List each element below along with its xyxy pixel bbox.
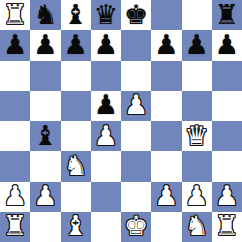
black-knight[interactable]: ♞ <box>33 1 57 28</box>
square-a5[interactable] <box>0 91 30 121</box>
square-d8[interactable]: ♛ <box>91 0 121 30</box>
square-h2[interactable]: ♟ <box>212 182 242 212</box>
square-f7[interactable]: ♟ <box>151 30 181 60</box>
square-f2[interactable]: ♟ <box>151 182 181 212</box>
square-a8[interactable]: ♜ <box>0 0 30 30</box>
white-knight[interactable]: ♞ <box>64 152 88 179</box>
square-d1[interactable] <box>91 212 121 242</box>
black-pawn[interactable]: ♟ <box>94 91 118 118</box>
white-knight[interactable]: ♞ <box>185 212 209 239</box>
white-rook[interactable]: ♜ <box>215 212 239 239</box>
square-a4[interactable] <box>0 121 30 151</box>
square-b1[interactable] <box>30 212 60 242</box>
square-g7[interactable]: ♟ <box>182 30 212 60</box>
square-a3[interactable] <box>0 151 30 181</box>
white-pawn[interactable]: ♟ <box>94 122 118 149</box>
black-pawn[interactable]: ♟ <box>3 31 27 58</box>
square-e2[interactable] <box>121 182 151 212</box>
white-king[interactable]: ♚ <box>124 212 148 239</box>
square-a1[interactable]: ♜ <box>0 212 30 242</box>
square-e5[interactable]: ♟ <box>121 91 151 121</box>
black-bishop[interactable]: ♝ <box>33 122 57 149</box>
white-pawn[interactable]: ♟ <box>124 91 148 118</box>
square-f6[interactable] <box>151 61 181 91</box>
square-c7[interactable]: ♟ <box>61 30 91 60</box>
square-d6[interactable] <box>91 61 121 91</box>
white-bishop[interactable]: ♝ <box>64 212 88 239</box>
white-pawn[interactable]: ♟ <box>215 182 239 209</box>
square-g3[interactable] <box>182 151 212 181</box>
square-b7[interactable]: ♟ <box>30 30 60 60</box>
square-f8[interactable] <box>151 0 181 30</box>
square-b5[interactable] <box>30 91 60 121</box>
chess-board: ♜♞♝♛♚♜♟♟♟♟♟♟♟♟♟♝♟♛♞♟♟♟♟♟♜♝♚♞♜ <box>0 0 242 242</box>
square-h6[interactable] <box>212 61 242 91</box>
black-rook[interactable]: ♜ <box>215 1 239 28</box>
black-bishop[interactable]: ♝ <box>64 1 88 28</box>
square-d2[interactable] <box>91 182 121 212</box>
white-pawn[interactable]: ♟ <box>3 182 27 209</box>
square-g6[interactable] <box>182 61 212 91</box>
square-h8[interactable]: ♜ <box>212 0 242 30</box>
white-queen[interactable]: ♛ <box>185 122 209 149</box>
black-pawn[interactable]: ♟ <box>215 31 239 58</box>
square-h5[interactable] <box>212 91 242 121</box>
square-b6[interactable] <box>30 61 60 91</box>
square-e7[interactable] <box>121 30 151 60</box>
black-queen[interactable]: ♛ <box>94 1 118 28</box>
black-pawn[interactable]: ♟ <box>94 31 118 58</box>
square-f3[interactable] <box>151 151 181 181</box>
square-e4[interactable] <box>121 121 151 151</box>
square-c2[interactable] <box>61 182 91 212</box>
square-e8[interactable]: ♚ <box>121 0 151 30</box>
square-f1[interactable] <box>151 212 181 242</box>
square-d4[interactable]: ♟ <box>91 121 121 151</box>
square-b3[interactable] <box>30 151 60 181</box>
black-king[interactable]: ♚ <box>124 1 148 28</box>
square-c4[interactable] <box>61 121 91 151</box>
square-f4[interactable] <box>151 121 181 151</box>
square-h3[interactable] <box>212 151 242 181</box>
square-a7[interactable]: ♟ <box>0 30 30 60</box>
square-g1[interactable]: ♞ <box>182 212 212 242</box>
white-pawn[interactable]: ♟ <box>185 182 209 209</box>
square-c6[interactable] <box>61 61 91 91</box>
square-g4[interactable]: ♛ <box>182 121 212 151</box>
square-f5[interactable] <box>151 91 181 121</box>
square-e6[interactable] <box>121 61 151 91</box>
square-a2[interactable]: ♟ <box>0 182 30 212</box>
white-rook[interactable]: ♜ <box>3 212 27 239</box>
square-g8[interactable] <box>182 0 212 30</box>
square-b4[interactable]: ♝ <box>30 121 60 151</box>
square-d5[interactable]: ♟ <box>91 91 121 121</box>
square-b2[interactable]: ♟ <box>30 182 60 212</box>
square-d3[interactable] <box>91 151 121 181</box>
black-pawn[interactable]: ♟ <box>154 31 178 58</box>
white-pawn[interactable]: ♟ <box>154 182 178 209</box>
square-e3[interactable] <box>121 151 151 181</box>
black-pawn[interactable]: ♟ <box>64 31 88 58</box>
black-pawn[interactable]: ♟ <box>33 31 57 58</box>
square-d7[interactable]: ♟ <box>91 30 121 60</box>
square-b8[interactable]: ♞ <box>30 0 60 30</box>
square-c5[interactable] <box>61 91 91 121</box>
square-g2[interactable]: ♟ <box>182 182 212 212</box>
white-rook[interactable]: ♜ <box>3 1 27 28</box>
square-h7[interactable]: ♟ <box>212 30 242 60</box>
square-a6[interactable] <box>0 61 30 91</box>
black-pawn[interactable]: ♟ <box>185 31 209 58</box>
square-h4[interactable] <box>212 121 242 151</box>
square-c3[interactable]: ♞ <box>61 151 91 181</box>
square-c1[interactable]: ♝ <box>61 212 91 242</box>
square-g5[interactable] <box>182 91 212 121</box>
square-c8[interactable]: ♝ <box>61 0 91 30</box>
square-e1[interactable]: ♚ <box>121 212 151 242</box>
square-h1[interactable]: ♜ <box>212 212 242 242</box>
white-pawn[interactable]: ♟ <box>33 182 57 209</box>
